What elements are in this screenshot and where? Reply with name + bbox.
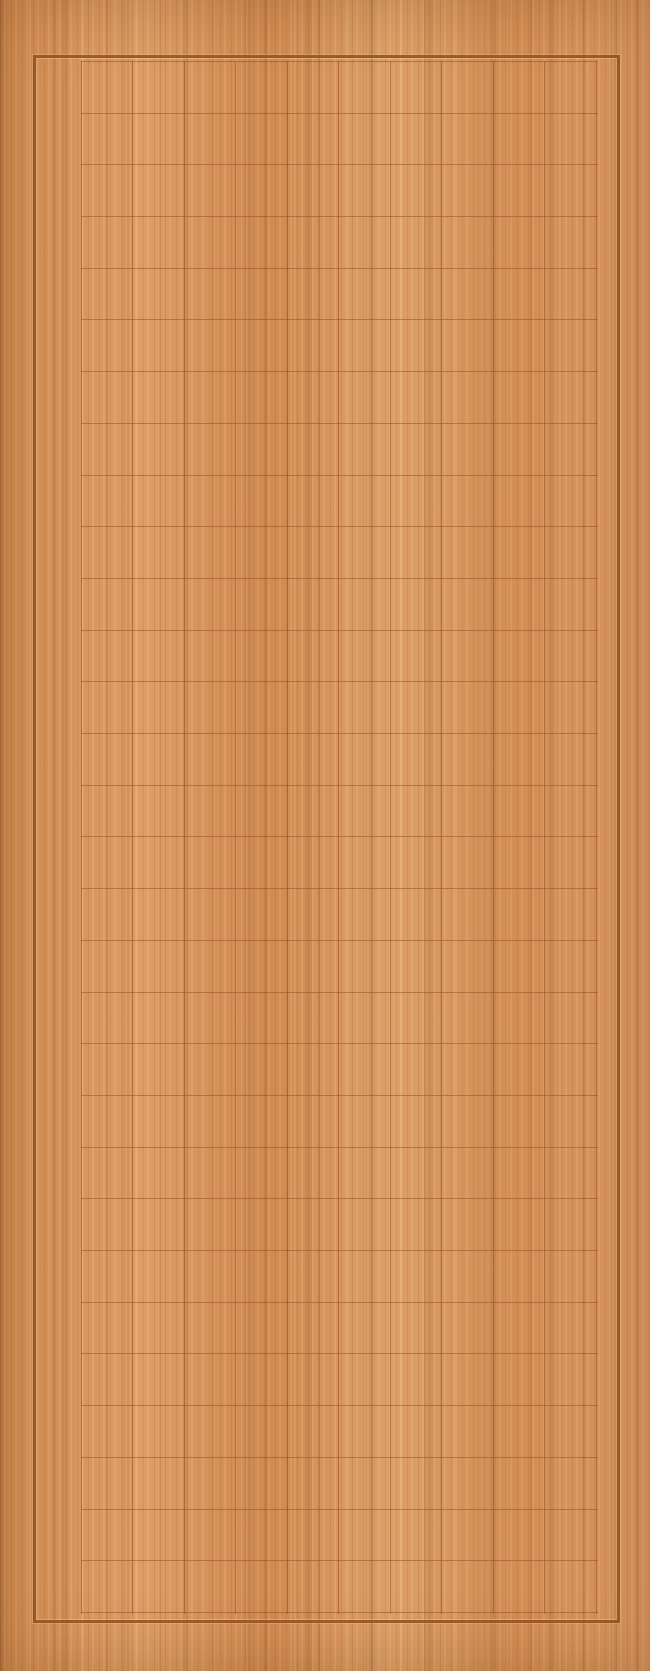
weiqi-poster xyxy=(0,0,650,1671)
board-frame xyxy=(33,55,620,1623)
